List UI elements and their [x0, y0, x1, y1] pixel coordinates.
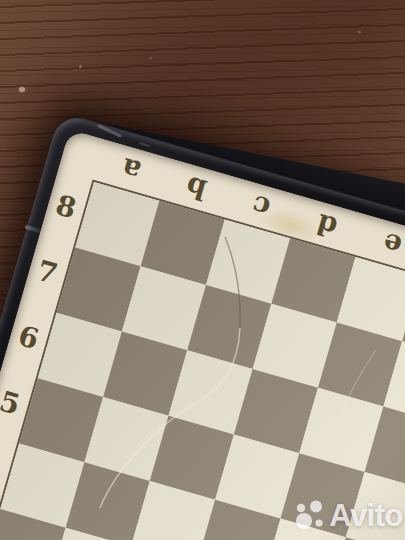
watermark-text: Avito [329, 498, 403, 534]
avito-watermark: Avito [292, 498, 403, 534]
rank-label-6: 6 [15, 322, 41, 354]
wood-crumb [358, 31, 361, 33]
rank-label-4: 4 [0, 453, 4, 485]
wood-crumb [79, 65, 82, 68]
file-label-a: a [119, 153, 144, 185]
avito-logo-icon [292, 499, 326, 533]
file-label-b: b [183, 171, 210, 203]
rank-label-8: 8 [53, 191, 79, 223]
rank-label-5: 5 [0, 387, 23, 419]
file-label-c: c [250, 190, 274, 222]
photo-scene: abcdefgh 87654321 Avito [0, 0, 405, 540]
case-scuff [138, 142, 150, 148]
wood-crumb [150, 57, 152, 59]
rank-label-7: 7 [34, 257, 60, 289]
chess-case: abcdefgh 87654321 [0, 112, 405, 540]
file-label-d: d [314, 209, 341, 241]
wood-crumb [19, 87, 25, 92]
file-label-e: e [380, 228, 405, 260]
